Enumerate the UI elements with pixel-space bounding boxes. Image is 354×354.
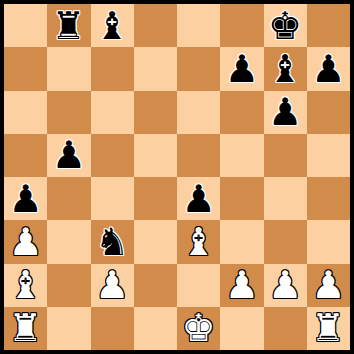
square-e1[interactable]: ♚ (177, 307, 220, 350)
white-pawn-g2[interactable]: ♟ (268, 266, 302, 304)
square-c5[interactable] (91, 134, 134, 177)
square-b2[interactable] (47, 264, 90, 307)
white-bishop-e3[interactable]: ♝ (182, 223, 216, 261)
square-h2[interactable]: ♟ (307, 264, 350, 307)
square-g5[interactable] (264, 134, 307, 177)
square-c2[interactable]: ♟ (91, 264, 134, 307)
square-h1[interactable]: ♜ (307, 307, 350, 350)
square-h7[interactable]: ♟ (307, 47, 350, 90)
square-a4[interactable]: ♟ (4, 177, 47, 220)
square-d3[interactable] (134, 220, 177, 263)
square-a2[interactable]: ♝ (4, 264, 47, 307)
black-pawn-f7[interactable]: ♟ (225, 50, 259, 88)
black-bishop-c8[interactable]: ♝ (95, 7, 129, 45)
square-f3[interactable] (220, 220, 263, 263)
square-a7[interactable] (4, 47, 47, 90)
square-e4[interactable]: ♟ (177, 177, 220, 220)
square-d7[interactable] (134, 47, 177, 90)
square-f1[interactable] (220, 307, 263, 350)
square-a1[interactable]: ♜ (4, 307, 47, 350)
white-rook-a1[interactable]: ♜ (9, 309, 43, 347)
black-bishop-g7[interactable]: ♝ (268, 50, 302, 88)
square-h8[interactable] (307, 4, 350, 47)
square-g4[interactable] (264, 177, 307, 220)
square-f8[interactable] (220, 4, 263, 47)
square-e7[interactable] (177, 47, 220, 90)
square-d5[interactable] (134, 134, 177, 177)
chess-board: ♜♝♚♟♝♟♟♟♟♟♟♞♝♝♟♟♟♟♜♚♜ (4, 4, 350, 350)
square-h3[interactable] (307, 220, 350, 263)
black-pawn-a4[interactable]: ♟ (9, 180, 43, 218)
square-a5[interactable] (4, 134, 47, 177)
white-pawn-a3[interactable]: ♟ (9, 223, 43, 261)
white-pawn-c2[interactable]: ♟ (95, 266, 129, 304)
white-rook-h1[interactable]: ♜ (311, 309, 345, 347)
square-e3[interactable]: ♝ (177, 220, 220, 263)
square-d6[interactable] (134, 91, 177, 134)
square-a8[interactable] (4, 4, 47, 47)
square-e5[interactable] (177, 134, 220, 177)
square-e6[interactable] (177, 91, 220, 134)
black-king-g8[interactable]: ♚ (268, 7, 302, 45)
white-pawn-h2[interactable]: ♟ (311, 266, 345, 304)
square-f2[interactable]: ♟ (220, 264, 263, 307)
square-e2[interactable] (177, 264, 220, 307)
black-pawn-b5[interactable]: ♟ (52, 136, 86, 174)
square-g2[interactable]: ♟ (264, 264, 307, 307)
square-g8[interactable]: ♚ (264, 4, 307, 47)
square-b6[interactable] (47, 91, 90, 134)
white-king-e1[interactable]: ♚ (182, 309, 216, 347)
square-c8[interactable]: ♝ (91, 4, 134, 47)
square-b4[interactable] (47, 177, 90, 220)
square-f4[interactable] (220, 177, 263, 220)
square-h5[interactable] (307, 134, 350, 177)
square-h6[interactable] (307, 91, 350, 134)
square-d8[interactable] (134, 4, 177, 47)
square-g3[interactable] (264, 220, 307, 263)
square-f5[interactable] (220, 134, 263, 177)
square-f6[interactable] (220, 91, 263, 134)
square-g7[interactable]: ♝ (264, 47, 307, 90)
board-frame: ♜♝♚♟♝♟♟♟♟♟♟♞♝♝♟♟♟♟♜♚♜ (0, 0, 354, 354)
white-bishop-a2[interactable]: ♝ (9, 266, 43, 304)
square-c3[interactable]: ♞ (91, 220, 134, 263)
black-pawn-g6[interactable]: ♟ (268, 93, 302, 131)
square-c7[interactable] (91, 47, 134, 90)
square-b5[interactable]: ♟ (47, 134, 90, 177)
square-f7[interactable]: ♟ (220, 47, 263, 90)
square-d1[interactable] (134, 307, 177, 350)
square-c1[interactable] (91, 307, 134, 350)
square-g6[interactable]: ♟ (264, 91, 307, 134)
square-b3[interactable] (47, 220, 90, 263)
square-c6[interactable] (91, 91, 134, 134)
square-a6[interactable] (4, 91, 47, 134)
square-e8[interactable] (177, 4, 220, 47)
square-c4[interactable] (91, 177, 134, 220)
black-pawn-e4[interactable]: ♟ (182, 180, 216, 218)
square-a3[interactable]: ♟ (4, 220, 47, 263)
square-b8[interactable]: ♜ (47, 4, 90, 47)
square-b7[interactable] (47, 47, 90, 90)
black-pawn-h7[interactable]: ♟ (311, 50, 345, 88)
square-d2[interactable] (134, 264, 177, 307)
square-d4[interactable] (134, 177, 177, 220)
white-pawn-f2[interactable]: ♟ (225, 266, 259, 304)
black-knight-c3[interactable]: ♞ (95, 223, 129, 261)
square-b1[interactable] (47, 307, 90, 350)
square-g1[interactable] (264, 307, 307, 350)
black-rook-b8[interactable]: ♜ (52, 7, 86, 45)
square-h4[interactable] (307, 177, 350, 220)
